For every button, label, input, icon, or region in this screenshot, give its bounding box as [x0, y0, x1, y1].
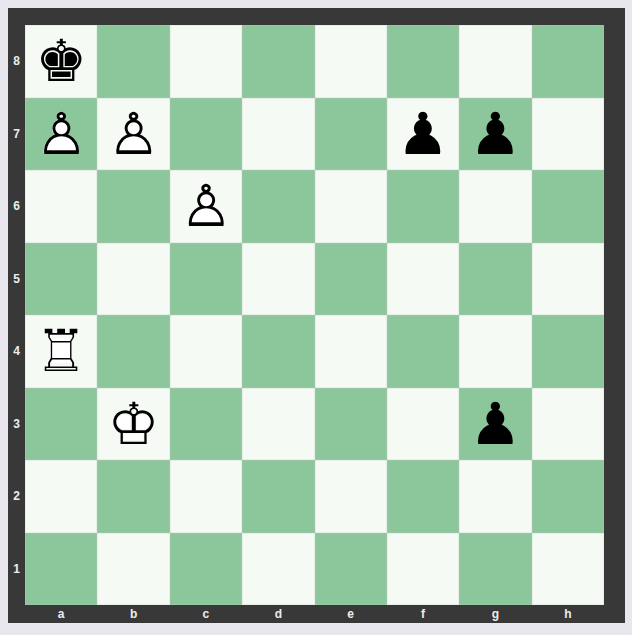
file-label-h: h: [532, 605, 604, 623]
square-c4[interactable]: [170, 315, 242, 388]
square-g6[interactable]: [459, 170, 531, 243]
piece-black-pawn[interactable]: ♟: [459, 388, 531, 461]
piece-black-king[interactable]: ♚: [25, 25, 97, 98]
square-b8[interactable]: [97, 25, 169, 98]
file-label-g: g: [459, 605, 531, 623]
square-g5[interactable]: [459, 243, 531, 316]
square-b6[interactable]: [97, 170, 169, 243]
rank-label-8: 8: [8, 25, 25, 98]
square-d1[interactable]: [242, 533, 314, 606]
white-rook-outline-glyph: ♖: [25, 315, 97, 388]
square-e1[interactable]: [315, 533, 387, 606]
square-h5[interactable]: [532, 243, 604, 316]
square-f8[interactable]: [387, 25, 459, 98]
board-frame: 87654321 ♚♟♙♟♙♟♟♟♙♜♖♚♔♟ abcdefgh: [8, 8, 625, 623]
square-b7[interactable]: ♟♙: [97, 98, 169, 171]
square-c8[interactable]: [170, 25, 242, 98]
square-a5[interactable]: [25, 243, 97, 316]
square-a7[interactable]: ♟♙: [25, 98, 97, 171]
square-e3[interactable]: [315, 388, 387, 461]
square-e8[interactable]: [315, 25, 387, 98]
square-e7[interactable]: [315, 98, 387, 171]
square-c1[interactable]: [170, 533, 242, 606]
square-f7[interactable]: ♟: [387, 98, 459, 171]
piece-white-pawn[interactable]: ♟♙: [170, 170, 242, 243]
square-a4[interactable]: ♜♖: [25, 315, 97, 388]
square-d5[interactable]: [242, 243, 314, 316]
square-d7[interactable]: [242, 98, 314, 171]
square-a3[interactable]: [25, 388, 97, 461]
rank-label-7: 7: [8, 98, 25, 171]
rank-labels: 87654321: [8, 25, 25, 605]
square-a6[interactable]: [25, 170, 97, 243]
file-label-d: d: [242, 605, 314, 623]
white-pawn-outline-glyph: ♙: [97, 98, 169, 171]
white-pawn-outline-glyph: ♙: [25, 98, 97, 171]
rank-label-5: 5: [8, 243, 25, 316]
square-f6[interactable]: [387, 170, 459, 243]
square-b3[interactable]: ♚♔: [97, 388, 169, 461]
piece-black-pawn[interactable]: ♟: [459, 98, 531, 171]
black-pawn-glyph: ♟: [459, 388, 531, 461]
square-e4[interactable]: [315, 315, 387, 388]
page-background: { "game": "chess", "position": { "fen": …: [0, 0, 632, 635]
file-label-a: a: [25, 605, 97, 623]
square-h1[interactable]: [532, 533, 604, 606]
square-d3[interactable]: [242, 388, 314, 461]
rank-label-2: 2: [8, 460, 25, 533]
square-f2[interactable]: [387, 460, 459, 533]
rank-label-3: 3: [8, 388, 25, 461]
square-b1[interactable]: [97, 533, 169, 606]
black-pawn-glyph: ♟: [459, 98, 531, 171]
piece-black-pawn[interactable]: ♟: [387, 98, 459, 171]
square-g7[interactable]: ♟: [459, 98, 531, 171]
square-h8[interactable]: [532, 25, 604, 98]
square-c2[interactable]: [170, 460, 242, 533]
piece-white-pawn[interactable]: ♟♙: [97, 98, 169, 171]
square-g8[interactable]: [459, 25, 531, 98]
file-label-e: e: [315, 605, 387, 623]
rank-label-4: 4: [8, 315, 25, 388]
square-g4[interactable]: [459, 315, 531, 388]
file-label-b: b: [97, 605, 169, 623]
square-b5[interactable]: [97, 243, 169, 316]
white-pawn-outline-glyph: ♙: [170, 170, 242, 243]
piece-white-rook[interactable]: ♜♖: [25, 315, 97, 388]
square-f5[interactable]: [387, 243, 459, 316]
chess-board[interactable]: ♚♟♙♟♙♟♟♟♙♜♖♚♔♟: [25, 25, 604, 605]
file-label-f: f: [387, 605, 459, 623]
square-b4[interactable]: [97, 315, 169, 388]
square-c3[interactable]: [170, 388, 242, 461]
square-f4[interactable]: [387, 315, 459, 388]
square-h4[interactable]: [532, 315, 604, 388]
square-b2[interactable]: [97, 460, 169, 533]
rank-label-6: 6: [8, 170, 25, 243]
piece-white-pawn[interactable]: ♟♙: [25, 98, 97, 171]
square-a2[interactable]: [25, 460, 97, 533]
square-f1[interactable]: [387, 533, 459, 606]
file-label-c: c: [170, 605, 242, 623]
square-c5[interactable]: [170, 243, 242, 316]
square-c7[interactable]: [170, 98, 242, 171]
square-d8[interactable]: [242, 25, 314, 98]
square-d6[interactable]: [242, 170, 314, 243]
file-labels: abcdefgh: [25, 605, 604, 623]
black-pawn-glyph: ♟: [387, 98, 459, 171]
square-d4[interactable]: [242, 315, 314, 388]
square-h7[interactable]: [532, 98, 604, 171]
square-f3[interactable]: [387, 388, 459, 461]
square-c6[interactable]: ♟♙: [170, 170, 242, 243]
rank-label-1: 1: [8, 533, 25, 606]
square-e2[interactable]: [315, 460, 387, 533]
white-king-outline-glyph: ♔: [97, 388, 169, 461]
square-e5[interactable]: [315, 243, 387, 316]
square-a1[interactable]: [25, 533, 97, 606]
square-e6[interactable]: [315, 170, 387, 243]
square-g2[interactable]: [459, 460, 531, 533]
square-h3[interactable]: [532, 388, 604, 461]
square-h6[interactable]: [532, 170, 604, 243]
black-king-glyph: ♚: [25, 25, 97, 98]
square-g1[interactable]: [459, 533, 531, 606]
square-a8[interactable]: ♚: [25, 25, 97, 98]
piece-white-king[interactable]: ♚♔: [97, 388, 169, 461]
square-d2[interactable]: [242, 460, 314, 533]
square-h2[interactable]: [532, 460, 604, 533]
square-g3[interactable]: ♟: [459, 388, 531, 461]
